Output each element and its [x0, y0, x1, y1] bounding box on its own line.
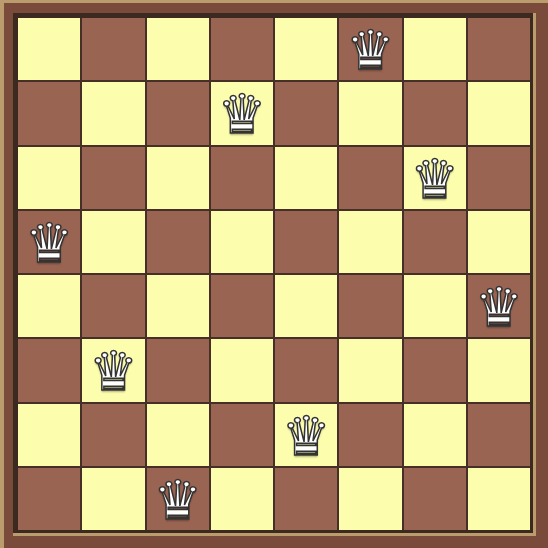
square-d3[interactable]: [211, 339, 273, 401]
board-inset: ♛♛♛♛♛♛♛♛: [13, 13, 533, 533]
square-e6[interactable]: [275, 147, 337, 209]
white-queen-g6[interactable]: ♛: [410, 153, 458, 207]
square-a1[interactable]: [18, 468, 80, 530]
square-g4[interactable]: [404, 275, 466, 337]
square-e8[interactable]: [275, 18, 337, 80]
square-g7[interactable]: [404, 82, 466, 144]
square-c6[interactable]: [147, 147, 209, 209]
square-d4[interactable]: [211, 275, 273, 337]
square-f8[interactable]: ♛: [339, 18, 401, 80]
square-b6[interactable]: [82, 147, 144, 209]
square-e1[interactable]: [275, 468, 337, 530]
frame-bevel-top: [0, 0, 548, 3]
square-f3[interactable]: [339, 339, 401, 401]
square-a5[interactable]: ♛: [18, 211, 80, 273]
square-c3[interactable]: [147, 339, 209, 401]
square-h5[interactable]: [468, 211, 530, 273]
square-h2[interactable]: [468, 404, 530, 466]
white-queen-d7[interactable]: ♛: [218, 88, 266, 142]
square-h4[interactable]: ♛: [468, 275, 530, 337]
square-a6[interactable]: [18, 147, 80, 209]
square-a3[interactable]: [18, 339, 80, 401]
square-h1[interactable]: [468, 468, 530, 530]
square-b8[interactable]: [82, 18, 144, 80]
square-d7[interactable]: ♛: [211, 82, 273, 144]
square-a8[interactable]: [18, 18, 80, 80]
square-g8[interactable]: [404, 18, 466, 80]
square-g2[interactable]: [404, 404, 466, 466]
square-g3[interactable]: [404, 339, 466, 401]
white-queen-a5[interactable]: ♛: [25, 217, 73, 271]
square-f6[interactable]: [339, 147, 401, 209]
square-f7[interactable]: [339, 82, 401, 144]
white-queen-h4[interactable]: ♛: [475, 281, 523, 335]
square-e3[interactable]: [275, 339, 337, 401]
square-c8[interactable]: [147, 18, 209, 80]
square-d5[interactable]: [211, 211, 273, 273]
square-g5[interactable]: [404, 211, 466, 273]
square-h3[interactable]: [468, 339, 530, 401]
square-e4[interactable]: [275, 275, 337, 337]
square-f1[interactable]: [339, 468, 401, 530]
board-frame: ♛♛♛♛♛♛♛♛: [0, 0, 548, 548]
square-b1[interactable]: [82, 468, 144, 530]
white-queen-b3[interactable]: ♛: [89, 345, 137, 399]
square-d1[interactable]: [211, 468, 273, 530]
square-c2[interactable]: [147, 404, 209, 466]
square-g6[interactable]: ♛: [404, 147, 466, 209]
square-h6[interactable]: [468, 147, 530, 209]
square-b3[interactable]: ♛: [82, 339, 144, 401]
square-f4[interactable]: [339, 275, 401, 337]
square-a2[interactable]: [18, 404, 80, 466]
square-c7[interactable]: [147, 82, 209, 144]
square-e5[interactable]: [275, 211, 337, 273]
white-queen-f8[interactable]: ♛: [346, 24, 394, 78]
square-f5[interactable]: [339, 211, 401, 273]
square-f2[interactable]: [339, 404, 401, 466]
board-grid: ♛♛♛♛♛♛♛♛: [18, 18, 530, 530]
square-d6[interactable]: [211, 147, 273, 209]
square-b7[interactable]: [82, 82, 144, 144]
square-e2[interactable]: ♛: [275, 404, 337, 466]
square-c4[interactable]: [147, 275, 209, 337]
square-b4[interactable]: [82, 275, 144, 337]
square-b2[interactable]: [82, 404, 144, 466]
square-g1[interactable]: [404, 468, 466, 530]
square-b5[interactable]: [82, 211, 144, 273]
square-a7[interactable]: [18, 82, 80, 144]
square-d2[interactable]: [211, 404, 273, 466]
frame-bevel-left: [0, 0, 4, 548]
square-e7[interactable]: [275, 82, 337, 144]
square-h7[interactable]: [468, 82, 530, 144]
square-a4[interactable]: [18, 275, 80, 337]
white-queen-e2[interactable]: ♛: [282, 410, 330, 464]
square-c5[interactable]: [147, 211, 209, 273]
square-c1[interactable]: ♛: [147, 468, 209, 530]
square-d8[interactable]: [211, 18, 273, 80]
square-h8[interactable]: [468, 18, 530, 80]
white-queen-c1[interactable]: ♛: [153, 474, 201, 528]
frame-inner-bevel: ♛♛♛♛♛♛♛♛: [13, 13, 536, 536]
